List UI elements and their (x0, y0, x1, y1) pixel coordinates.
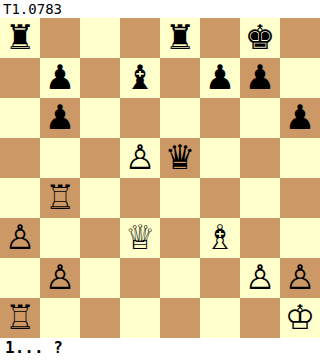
square-a2[interactable] (0, 258, 40, 298)
square-h8[interactable] (280, 18, 320, 58)
square-e3[interactable] (160, 218, 200, 258)
piece-black-pawn[interactable]: ♟ (285, 98, 315, 137)
square-b2[interactable]: ♙ (40, 258, 80, 298)
square-g3[interactable] (240, 218, 280, 258)
piece-black-bishop[interactable]: ♝ (125, 58, 155, 97)
square-h7[interactable] (280, 58, 320, 98)
square-h6[interactable]: ♟ (280, 98, 320, 138)
square-g6[interactable] (240, 98, 280, 138)
square-e1[interactable] (160, 298, 200, 338)
square-c6[interactable] (80, 98, 120, 138)
square-d5[interactable]: ♙ (120, 138, 160, 178)
square-f4[interactable] (200, 178, 240, 218)
square-c1[interactable] (80, 298, 120, 338)
square-e6[interactable] (160, 98, 200, 138)
piece-white-pawn[interactable]: ♙ (45, 258, 75, 297)
piece-white-king[interactable]: ♔ (285, 298, 315, 337)
square-a1[interactable]: ♖ (0, 298, 40, 338)
square-b5[interactable] (40, 138, 80, 178)
square-c7[interactable] (80, 58, 120, 98)
square-b8[interactable] (40, 18, 80, 58)
square-e2[interactable] (160, 258, 200, 298)
square-g5[interactable] (240, 138, 280, 178)
square-g4[interactable] (240, 178, 280, 218)
square-c3[interactable] (80, 218, 120, 258)
square-h4[interactable] (280, 178, 320, 218)
square-f2[interactable] (200, 258, 240, 298)
square-b6[interactable]: ♟ (40, 98, 80, 138)
square-g8[interactable]: ♚ (240, 18, 280, 58)
piece-white-queen[interactable]: ♕ (125, 218, 155, 257)
piece-white-pawn[interactable]: ♙ (125, 138, 155, 177)
square-b1[interactable] (40, 298, 80, 338)
piece-white-pawn[interactable]: ♙ (285, 258, 315, 297)
square-c4[interactable] (80, 178, 120, 218)
square-h3[interactable] (280, 218, 320, 258)
square-c2[interactable] (80, 258, 120, 298)
square-a5[interactable] (0, 138, 40, 178)
piece-white-bishop[interactable]: ♗ (205, 218, 235, 257)
square-a7[interactable] (0, 58, 40, 98)
piece-white-rook[interactable]: ♖ (45, 178, 75, 217)
square-h5[interactable] (280, 138, 320, 178)
square-e8[interactable]: ♜ (160, 18, 200, 58)
square-d4[interactable] (120, 178, 160, 218)
square-d2[interactable] (120, 258, 160, 298)
piece-black-pawn[interactable]: ♟ (45, 98, 75, 137)
square-h1[interactable]: ♔ (280, 298, 320, 338)
square-d3[interactable]: ♕ (120, 218, 160, 258)
square-d8[interactable] (120, 18, 160, 58)
square-a8[interactable]: ♜ (0, 18, 40, 58)
square-d1[interactable] (120, 298, 160, 338)
square-c5[interactable] (80, 138, 120, 178)
square-e7[interactable] (160, 58, 200, 98)
square-f3[interactable]: ♗ (200, 218, 240, 258)
square-f5[interactable] (200, 138, 240, 178)
square-a3[interactable]: ♙ (0, 218, 40, 258)
square-d7[interactable]: ♝ (120, 58, 160, 98)
piece-black-rook[interactable]: ♜ (5, 18, 35, 57)
square-f8[interactable] (200, 18, 240, 58)
chess-board: ♜♜♚♟♝♟♟♟♟♙♛♖♙♕♗♙♙♙♖♔ (0, 18, 320, 338)
square-g7[interactable]: ♟ (240, 58, 280, 98)
square-b4[interactable]: ♖ (40, 178, 80, 218)
piece-black-pawn[interactable]: ♟ (245, 58, 275, 97)
square-g2[interactable]: ♙ (240, 258, 280, 298)
square-c8[interactable] (80, 18, 120, 58)
square-d6[interactable] (120, 98, 160, 138)
square-f1[interactable] (200, 298, 240, 338)
square-a4[interactable] (0, 178, 40, 218)
square-a6[interactable] (0, 98, 40, 138)
square-f7[interactable]: ♟ (200, 58, 240, 98)
square-b7[interactable]: ♟ (40, 58, 80, 98)
square-h2[interactable]: ♙ (280, 258, 320, 298)
piece-white-pawn[interactable]: ♙ (5, 218, 35, 257)
piece-white-pawn[interactable]: ♙ (245, 258, 275, 297)
piece-black-pawn[interactable]: ♟ (45, 58, 75, 97)
square-e4[interactable] (160, 178, 200, 218)
piece-black-queen[interactable]: ♛ (165, 138, 195, 177)
piece-white-rook[interactable]: ♖ (5, 298, 35, 337)
square-g1[interactable] (240, 298, 280, 338)
move-prompt: 1... ? (0, 338, 320, 360)
piece-black-rook[interactable]: ♜ (165, 18, 195, 57)
piece-black-pawn[interactable]: ♟ (205, 58, 235, 97)
square-b3[interactable] (40, 218, 80, 258)
piece-black-king[interactable]: ♚ (245, 18, 275, 57)
square-f6[interactable] (200, 98, 240, 138)
square-e5[interactable]: ♛ (160, 138, 200, 178)
puzzle-title: T1.0783 (0, 0, 320, 18)
